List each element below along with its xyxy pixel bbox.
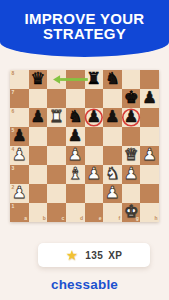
white-pawn[interactable]: ♟ — [12, 147, 27, 164]
square-d8[interactable] — [66, 70, 85, 89]
square-b6[interactable]: ♟ — [29, 108, 48, 127]
square-a7[interactable]: 7 — [10, 89, 29, 108]
square-d3[interactable]: ♝ — [66, 165, 85, 184]
square-d7[interactable] — [66, 89, 85, 108]
file-label-f: f — [119, 216, 121, 221]
square-e6[interactable]: ♟ — [85, 108, 104, 127]
white-bishop[interactable]: ♝ — [68, 166, 83, 183]
rank-label-8: 8 — [12, 71, 15, 76]
square-b7[interactable] — [29, 89, 48, 108]
square-f7[interactable] — [103, 89, 122, 108]
black-pawn[interactable]: ♟ — [12, 128, 27, 145]
white-pawn[interactable]: ♟ — [142, 147, 157, 164]
file-label-a: a — [24, 216, 27, 221]
square-e3[interactable]: ♟ — [85, 165, 104, 184]
square-h7[interactable]: ♟ — [140, 89, 159, 108]
black-pawn[interactable]: ♟ — [68, 128, 83, 145]
square-g2[interactable] — [122, 184, 141, 203]
rank-label-6: 6 — [12, 109, 15, 114]
square-d5[interactable]: ♟ — [66, 127, 85, 146]
square-a8[interactable]: 8 — [10, 70, 29, 89]
square-c3[interactable] — [47, 165, 66, 184]
banner-line-2: STRATEGY — [0, 26, 169, 41]
square-a3[interactable]: 3 — [10, 165, 29, 184]
xp-unit: XP — [108, 250, 122, 261]
white-pawn[interactable]: ♟ — [12, 185, 27, 202]
square-a4[interactable]: 4♟ — [10, 146, 29, 165]
square-g1[interactable]: g♚ — [122, 203, 141, 222]
file-label-h: h — [154, 216, 157, 221]
square-e8[interactable]: ♜ — [85, 70, 104, 89]
black-pawn[interactable]: ♟ — [124, 109, 139, 126]
square-b4[interactable] — [29, 146, 48, 165]
square-b1[interactable]: b — [29, 203, 48, 222]
xp-label: 135 XP — [85, 250, 122, 261]
black-pawn[interactable]: ♟ — [105, 109, 120, 126]
file-label-e: e — [99, 216, 102, 221]
white-queen[interactable]: ♛ — [124, 147, 139, 164]
square-d6[interactable]: ♞ — [66, 108, 85, 127]
square-f3[interactable]: ♞ — [103, 165, 122, 184]
square-b2[interactable] — [29, 184, 48, 203]
square-c7[interactable] — [47, 89, 66, 108]
square-f1[interactable]: f — [103, 203, 122, 222]
file-label-c: c — [62, 216, 65, 221]
black-pawn[interactable]: ♟ — [86, 109, 101, 126]
white-pawn[interactable]: ♟ — [105, 185, 120, 202]
square-b3[interactable] — [29, 165, 48, 184]
square-b8[interactable]: ♛ — [29, 70, 48, 89]
square-a2[interactable]: 2♟ — [10, 184, 29, 203]
banner-line-1: IMPROVE YOUR — [0, 0, 169, 26]
square-d1[interactable]: d — [66, 203, 85, 222]
square-h5[interactable] — [140, 127, 159, 146]
square-b5[interactable] — [29, 127, 48, 146]
rank-label-1: 1 — [12, 204, 15, 209]
white-pawn[interactable]: ♟ — [68, 147, 83, 164]
black-queen[interactable]: ♛ — [31, 71, 46, 88]
square-d4[interactable]: ♟ — [66, 146, 85, 165]
square-h3[interactable] — [140, 165, 159, 184]
black-pawn[interactable]: ♟ — [142, 90, 157, 107]
square-a6[interactable]: 6 — [10, 108, 29, 127]
chessable-logo: chessable — [0, 277, 169, 292]
square-h8[interactable] — [140, 70, 159, 89]
square-d2[interactable] — [66, 184, 85, 203]
xp-card: ★ 135 XP — [38, 243, 150, 267]
square-c2[interactable] — [47, 184, 66, 203]
chess-board[interactable]: 8♛♜♞7♚♟6♟♜♞♟♟♟5♟♟4♟♟♛♟3♝♟♞♟2♟♟1abcdefg♚h — [10, 70, 159, 222]
white-king[interactable]: ♚ — [124, 204, 139, 221]
white-pawn[interactable]: ♟ — [86, 166, 101, 183]
square-g6[interactable]: ♟ — [122, 108, 141, 127]
square-f6[interactable]: ♟ — [103, 108, 122, 127]
square-f4[interactable] — [103, 146, 122, 165]
square-e4[interactable] — [85, 146, 104, 165]
square-c5[interactable] — [47, 127, 66, 146]
white-knight[interactable]: ♞ — [105, 166, 120, 183]
square-g7[interactable]: ♚ — [122, 89, 141, 108]
square-e5[interactable] — [85, 127, 104, 146]
black-king[interactable]: ♚ — [124, 90, 139, 107]
square-g8[interactable] — [122, 70, 141, 89]
file-label-d: d — [80, 216, 83, 221]
square-h6[interactable] — [140, 108, 159, 127]
xp-value: 135 — [85, 250, 103, 261]
black-knight[interactable]: ♞ — [105, 71, 120, 88]
white-rook[interactable]: ♜ — [49, 109, 64, 126]
square-a5[interactable]: 5♟ — [10, 127, 29, 146]
square-h2[interactable] — [140, 184, 159, 203]
square-g3[interactable]: ♟ — [122, 165, 141, 184]
ad-frame: IMPROVE YOUR STRATEGY 8♛♜♞7♚♟6♟♜♞♟♟♟5♟♟4… — [0, 0, 169, 300]
rank-label-7: 7 — [12, 90, 15, 95]
black-pawn[interactable]: ♟ — [31, 109, 46, 126]
star-icon: ★ — [66, 248, 79, 262]
square-c6[interactable]: ♜ — [47, 108, 66, 127]
square-g5[interactable] — [122, 127, 141, 146]
square-f8[interactable]: ♞ — [103, 70, 122, 89]
banner: IMPROVE YOUR STRATEGY — [0, 0, 169, 57]
square-c4[interactable] — [47, 146, 66, 165]
square-c1[interactable]: c — [47, 203, 66, 222]
square-f2[interactable]: ♟ — [103, 184, 122, 203]
black-rook[interactable]: ♜ — [86, 71, 101, 88]
rank-label-3: 3 — [12, 166, 15, 171]
square-h4[interactable]: ♟ — [140, 146, 159, 165]
square-f5[interactable] — [103, 127, 122, 146]
square-a1[interactable]: 1a — [10, 203, 29, 222]
square-e2[interactable] — [85, 184, 104, 203]
square-g4[interactable]: ♛ — [122, 146, 141, 165]
square-c8[interactable] — [47, 70, 66, 89]
square-e1[interactable]: e — [85, 203, 104, 222]
white-pawn[interactable]: ♟ — [124, 166, 139, 183]
square-e7[interactable] — [85, 89, 104, 108]
file-label-b: b — [43, 216, 46, 221]
black-knight[interactable]: ♞ — [68, 109, 83, 126]
square-h1[interactable]: h — [140, 203, 159, 222]
